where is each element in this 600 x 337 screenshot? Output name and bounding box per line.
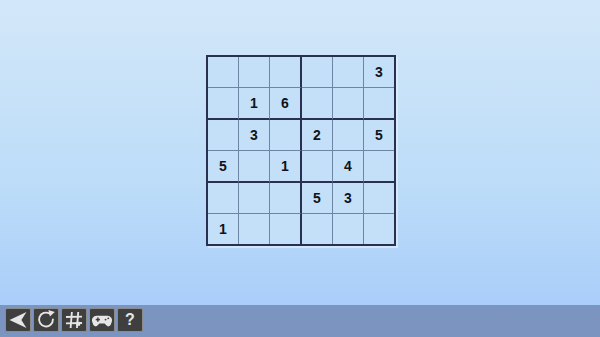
restart-icon [35,309,57,331]
restart-button[interactable] [33,308,59,332]
gamepad-icon [91,309,113,331]
question-mark-icon: ? [125,312,135,328]
controller-button[interactable] [89,308,115,332]
undo-button[interactable] [5,308,31,332]
cell-r4c2[interactable] [239,151,270,183]
cell-r4c6[interactable] [364,151,394,183]
cell-r6c1[interactable]: 1 [208,214,239,244]
cell-r3c5[interactable] [333,120,364,151]
help-button[interactable]: ? [117,308,143,332]
cell-r6c2[interactable] [239,214,270,244]
cell-r3c1[interactable] [208,120,239,151]
cell-r2c3[interactable]: 6 [270,88,302,120]
cell-r1c3[interactable] [270,57,302,88]
game-screen: 316325514531 [0,0,600,337]
cell-r2c4[interactable] [302,88,333,120]
cell-r2c1[interactable] [208,88,239,120]
cell-r2c5[interactable] [333,88,364,120]
cell-r4c5[interactable]: 4 [333,151,364,183]
cell-r3c2[interactable]: 3 [239,120,270,151]
cell-r1c4[interactable] [302,57,333,88]
cell-r1c5[interactable] [333,57,364,88]
cell-r4c4[interactable] [302,151,333,183]
bottom-toolbar: ? [0,305,600,337]
cell-r5c6[interactable] [364,183,394,214]
pencil-marks-button[interactable] [61,308,87,332]
cell-r1c6[interactable]: 3 [364,57,394,88]
cell-r1c2[interactable] [239,57,270,88]
cell-r6c4[interactable] [302,214,333,244]
cell-r1c1[interactable] [208,57,239,88]
cell-r3c3[interactable] [270,120,302,151]
cell-r2c2[interactable]: 1 [239,88,270,120]
cell-r3c4[interactable]: 2 [302,120,333,151]
back-arrow-icon [7,309,29,331]
cell-r6c5[interactable] [333,214,364,244]
cell-r6c3[interactable] [270,214,302,244]
cell-r6c6[interactable] [364,214,394,244]
toolbar-buttons: ? [5,308,143,332]
cell-r4c3[interactable]: 1 [270,151,302,183]
cell-r4c1[interactable]: 5 [208,151,239,183]
cell-r5c5[interactable]: 3 [333,183,364,214]
cell-r5c2[interactable] [239,183,270,214]
number-grid-icon [63,309,85,331]
sudoku-board: 316325514531 [206,55,396,246]
cell-r2c6[interactable] [364,88,394,120]
cell-r5c4[interactable]: 5 [302,183,333,214]
cell-r5c3[interactable] [270,183,302,214]
cell-r5c1[interactable] [208,183,239,214]
cell-r3c6[interactable]: 5 [364,120,394,151]
